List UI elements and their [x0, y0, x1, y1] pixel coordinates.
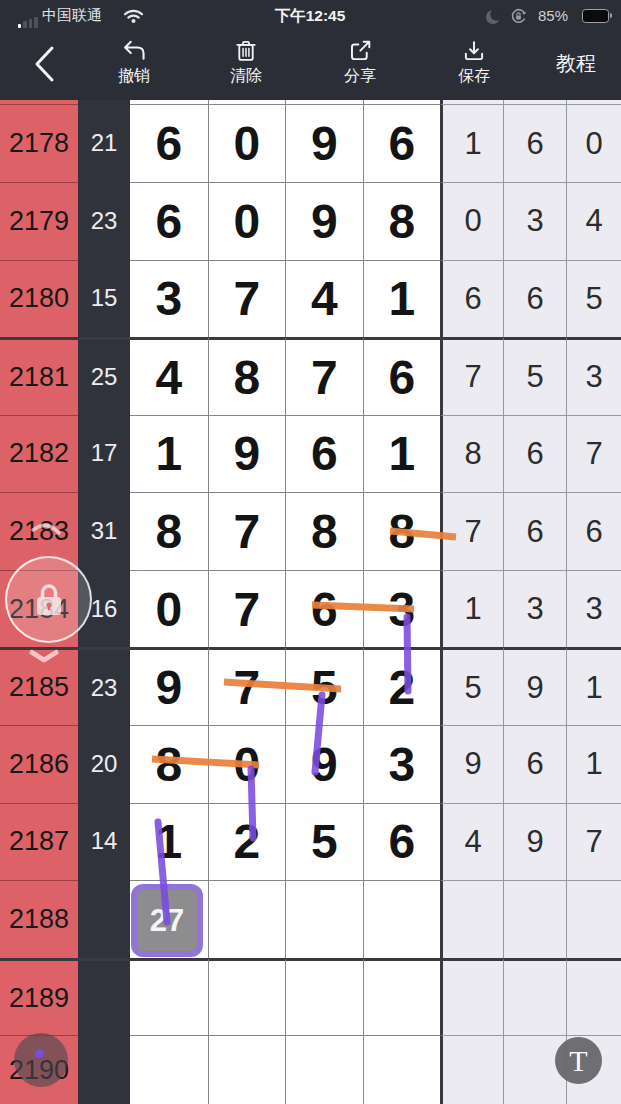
main-digit-cell[interactable] [363, 1035, 441, 1104]
extra-digit-cell[interactable]: 7 [566, 803, 621, 881]
grid-row-2184: 2184160763133 [0, 570, 621, 648]
main-digit-cell[interactable]: 1 [130, 803, 208, 881]
grid-row-2187: 2187141256497 [0, 803, 621, 881]
main-digit-cell[interactable] [208, 958, 286, 1036]
main-digit-cell[interactable]: 9 [285, 725, 363, 803]
tutorial-button[interactable]: 教程 [536, 50, 616, 77]
trash-icon [233, 38, 259, 64]
main-digit-cell[interactable] [208, 880, 286, 958]
sum-cell: 21 [78, 104, 130, 182]
lottery-grid: 2178216096160217923609803421801537416652… [0, 100, 621, 1104]
grid-row-2181: 2181254876753 [0, 337, 621, 415]
main-digit-cell[interactable]: 8 [208, 337, 286, 415]
extra-digit-cell[interactable]: 6 [503, 725, 566, 803]
issue-cell: 2181 [0, 337, 78, 415]
issue-cell: 2186 [0, 725, 78, 803]
signal-strength-icon [18, 17, 38, 28]
battery-icon [582, 9, 609, 23]
main-digit-cell[interactable]: 6 [285, 570, 363, 648]
grid-row-2178: 2178216096160 [0, 104, 621, 182]
main-digit-cell[interactable]: 9 [285, 104, 363, 182]
grid-row-2190: 2190 [0, 1035, 621, 1104]
extra-digit-cell[interactable] [566, 958, 621, 1036]
extra-digit-cell[interactable]: 9 [503, 647, 566, 725]
wifi-icon [123, 8, 144, 28]
main-digit-cell[interactable]: 2 [363, 647, 441, 725]
main-digit-cell[interactable] [363, 880, 441, 958]
main-digit-cell[interactable]: 7 [285, 337, 363, 415]
extra-digit-cell[interactable]: 0 [440, 182, 503, 260]
extra-digit-cell[interactable] [566, 880, 621, 958]
main-digit-cell[interactable]: 8 [130, 492, 208, 570]
sum-cell: 31 [78, 492, 130, 570]
share-label: 分享 [320, 66, 400, 87]
extra-digit-cell[interactable]: 6 [503, 415, 566, 493]
grid-row-2182: 2182171961867 [0, 415, 621, 493]
issue-cell: 2178 [0, 104, 78, 182]
moon-icon [484, 8, 502, 30]
issue-cell: 2180 [0, 260, 78, 338]
extra-digit-cell[interactable]: 3 [503, 570, 566, 648]
extra-digit-cell[interactable]: 5 [566, 260, 621, 338]
extra-digit-cell[interactable]: 4 [566, 182, 621, 260]
save-icon [461, 38, 487, 64]
collapse-chevron-icon[interactable] [28, 649, 60, 668]
clear-button[interactable]: 清除 [206, 38, 286, 87]
main-digit-cell[interactable]: 3 [363, 570, 441, 648]
toolbar: 撤销 清除 分享 保存 教程 [0, 30, 621, 100]
extra-digit-cell[interactable]: 4 [440, 803, 503, 881]
app-screen: 中国联通 下午12:45 85% [0, 0, 621, 1104]
extra-digit-cell[interactable]: 3 [503, 182, 566, 260]
grid-row-2188: 2188 [0, 880, 621, 958]
undo-icon [121, 38, 147, 64]
issue-cell: 2188 [0, 880, 78, 958]
main-digit-cell[interactable]: 6 [363, 104, 441, 182]
extra-digit-cell[interactable] [503, 880, 566, 958]
undo-label: 撤销 [94, 66, 174, 87]
save-label: 保存 [434, 66, 514, 87]
extra-digit-cell[interactable]: 6 [503, 492, 566, 570]
main-digit-cell[interactable]: 0 [130, 570, 208, 648]
issue-cell: 2187 [0, 803, 78, 881]
main-digit-cell[interactable]: 9 [208, 415, 286, 493]
main-digit-cell[interactable]: 1 [130, 415, 208, 493]
main-digit-cell[interactable]: 0 [208, 182, 286, 260]
extra-digit-cell[interactable]: 3 [566, 570, 621, 648]
extra-digit-cell[interactable]: 8 [440, 415, 503, 493]
grid-row-2186: 2186208093961 [0, 725, 621, 803]
main-digit-cell[interactable]: 7 [208, 570, 286, 648]
extra-digit-cell[interactable]: 6 [503, 260, 566, 338]
main-digit-cell[interactable]: 5 [285, 803, 363, 881]
status-bar: 中国联通 下午12:45 85% [0, 0, 621, 30]
clear-label: 清除 [206, 66, 286, 87]
sum-cell: 23 [78, 182, 130, 260]
back-button[interactable] [30, 44, 60, 84]
main-digit-cell[interactable] [130, 958, 208, 1036]
grid-row-2183: 2183318788766 [0, 492, 621, 570]
extra-digit-cell[interactable] [440, 1035, 503, 1104]
main-digit-cell[interactable]: 1 [363, 260, 441, 338]
main-digit-cell[interactable]: 9 [130, 647, 208, 725]
sum-cell: 14 [78, 803, 130, 881]
sum-cell [78, 1035, 130, 1104]
main-digit-cell[interactable] [285, 1035, 363, 1104]
undo-button[interactable]: 撤销 [94, 38, 174, 87]
main-digit-cell[interactable]: 8 [363, 182, 441, 260]
main-digit-cell[interactable] [208, 1035, 286, 1104]
extra-digit-cell[interactable]: 1 [566, 647, 621, 725]
sum-cell: 23 [78, 647, 130, 725]
extra-digit-cell[interactable]: 7 [440, 337, 503, 415]
main-digit-cell[interactable]: 8 [363, 492, 441, 570]
main-digit-cell[interactable] [363, 958, 441, 1036]
issue-cell: 2189 [0, 958, 78, 1036]
grid-row-2180: 2180153741665 [0, 260, 621, 338]
share-button[interactable]: 分享 [320, 38, 400, 87]
main-digit-cell[interactable]: 6 [363, 803, 441, 881]
extra-digit-cell[interactable]: 6 [566, 492, 621, 570]
sum-cell: 20 [78, 725, 130, 803]
main-digit-cell[interactable]: 8 [130, 725, 208, 803]
extra-digit-cell[interactable]: 3 [566, 337, 621, 415]
main-digit-cell[interactable]: 2 [208, 803, 286, 881]
extra-digit-cell[interactable]: 0 [566, 104, 621, 182]
main-digit-cell[interactable]: 4 [130, 337, 208, 415]
extra-digit-cell[interactable]: 9 [440, 725, 503, 803]
selected-cell-27[interactable]: 27 [131, 884, 203, 957]
issue-cell: 2182 [0, 415, 78, 493]
sum-cell [78, 880, 130, 958]
rotation-lock-icon [510, 8, 527, 29]
pen-color-button[interactable] [14, 1033, 68, 1087]
extra-digit-cell[interactable] [503, 958, 566, 1036]
pen-color-dot [35, 1049, 44, 1058]
carrier-label: 中国联通 [42, 6, 102, 25]
battery-percent-label: 85% [538, 7, 568, 24]
main-digit-cell[interactable]: 0 [208, 104, 286, 182]
main-digit-cell[interactable]: 7 [208, 647, 286, 725]
issue-cell: 2179 [0, 182, 78, 260]
extra-digit-cell[interactable] [440, 958, 503, 1036]
main-digit-cell[interactable]: 6 [363, 337, 441, 415]
main-digit-cell[interactable]: 1 [363, 415, 441, 493]
main-digit-cell[interactable] [285, 958, 363, 1036]
grid-row-2189: 2189 [0, 958, 621, 1036]
main-digit-cell[interactable] [285, 880, 363, 958]
main-digit-cell[interactable]: 0 [208, 725, 286, 803]
sum-cell: 17 [78, 415, 130, 493]
main-digit-cell[interactable]: 4 [285, 260, 363, 338]
main-digit-cell[interactable]: 7 [208, 260, 286, 338]
text-tool-button[interactable]: T [555, 1037, 602, 1084]
sum-cell: 15 [78, 260, 130, 338]
grid-row-2179: 2179236098034 [0, 182, 621, 260]
main-digit-cell[interactable]: 3 [130, 260, 208, 338]
extra-digit-cell[interactable] [440, 880, 503, 958]
clock: 下午12:45 [230, 6, 390, 27]
grid-rows: 2178216096160217923609803421801537416652… [0, 100, 621, 1104]
extra-digit-cell[interactable]: 7 [440, 492, 503, 570]
main-digit-cell[interactable]: 8 [285, 492, 363, 570]
extra-digit-cell[interactable]: 1 [440, 104, 503, 182]
main-digit-cell[interactable]: 5 [285, 647, 363, 725]
extra-digit-cell[interactable]: 1 [440, 570, 503, 648]
extra-digit-cell[interactable]: 1 [566, 725, 621, 803]
lock-button[interactable] [5, 556, 92, 643]
lock-icon [32, 582, 66, 618]
extra-digit-cell[interactable]: 7 [566, 415, 621, 493]
extra-digit-cell[interactable]: 9 [503, 803, 566, 881]
extra-digit-cell[interactable]: 5 [503, 337, 566, 415]
sum-cell [78, 958, 130, 1036]
main-digit-cell[interactable] [130, 1035, 208, 1104]
main-digit-cell[interactable]: 7 [208, 492, 286, 570]
save-button[interactable]: 保存 [434, 38, 514, 87]
main-digit-cell[interactable]: 6 [130, 104, 208, 182]
main-digit-cell[interactable]: 6 [130, 182, 208, 260]
extra-digit-cell[interactable]: 6 [440, 260, 503, 338]
grid-row-2185: 2185239752591 [0, 647, 621, 725]
main-digit-cell[interactable]: 6 [285, 415, 363, 493]
extra-digit-cell[interactable]: 5 [440, 647, 503, 725]
extra-digit-cell[interactable]: 6 [503, 104, 566, 182]
sum-cell: 25 [78, 337, 130, 415]
share-icon [347, 38, 373, 64]
main-digit-cell[interactable]: 9 [285, 182, 363, 260]
main-digit-cell[interactable]: 3 [363, 725, 441, 803]
